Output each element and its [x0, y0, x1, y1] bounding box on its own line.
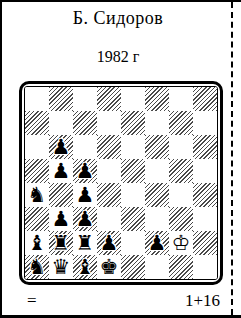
square-b1[interactable]: ♛	[49, 255, 73, 279]
square-b2[interactable]: ♜	[49, 231, 73, 255]
square-h7[interactable]	[193, 111, 217, 135]
square-f1[interactable]	[145, 255, 169, 279]
square-h2[interactable]	[193, 231, 217, 255]
square-h4[interactable]	[193, 183, 217, 207]
square-b7[interactable]	[49, 111, 73, 135]
white-king: ♔	[172, 231, 191, 255]
square-e1[interactable]	[121, 255, 145, 279]
square-f8[interactable]	[145, 87, 169, 111]
square-b8[interactable]	[49, 87, 73, 111]
square-b3[interactable]: ♟	[49, 207, 73, 231]
black-bishop: ♝	[28, 231, 47, 255]
square-c7[interactable]	[73, 111, 97, 135]
square-a7[interactable]	[25, 111, 49, 135]
black-pawn: ♟	[76, 159, 95, 183]
square-d8[interactable]	[97, 87, 121, 111]
square-d3[interactable]	[97, 207, 121, 231]
square-a8[interactable]	[25, 87, 49, 111]
square-d1[interactable]: ♚	[97, 255, 121, 279]
square-a6[interactable]	[25, 135, 49, 159]
board-frame: ♟♟♟♞♟♟♟♝♜♜♟♟♔♞♛♝♚	[19, 81, 223, 285]
black-pawn: ♟	[100, 231, 119, 255]
square-a4[interactable]: ♞	[25, 183, 49, 207]
square-h5[interactable]	[193, 159, 217, 183]
square-c2[interactable]: ♜	[73, 231, 97, 255]
black-knight: ♞	[28, 183, 47, 207]
square-g5[interactable]	[169, 159, 193, 183]
square-d5[interactable]	[97, 159, 121, 183]
square-g8[interactable]	[169, 87, 193, 111]
square-g1[interactable]	[169, 255, 193, 279]
square-c4[interactable]: ♟	[73, 183, 97, 207]
square-h1[interactable]	[193, 255, 217, 279]
square-e3[interactable]	[121, 207, 145, 231]
black-king: ♚	[100, 255, 119, 279]
black-rook: ♜	[76, 231, 95, 255]
stipulation-draw: =	[27, 291, 37, 311]
square-c1[interactable]: ♝	[73, 255, 97, 279]
square-g7[interactable]	[169, 111, 193, 135]
black-queen: ♛	[52, 255, 71, 279]
square-e2[interactable]	[121, 231, 145, 255]
square-h8[interactable]	[193, 87, 217, 111]
year-subtitle: 1982 г	[2, 48, 234, 66]
square-c8[interactable]	[73, 87, 97, 111]
black-pawn: ♟	[52, 207, 71, 231]
square-f6[interactable]	[145, 135, 169, 159]
square-e5[interactable]	[121, 159, 145, 183]
square-h3[interactable]	[193, 207, 217, 231]
square-h6[interactable]	[193, 135, 217, 159]
material-count: 1+16	[185, 291, 220, 311]
author-title: Б. Сидоров	[2, 8, 234, 29]
black-knight: ♞	[28, 255, 47, 279]
square-b4[interactable]	[49, 183, 73, 207]
square-d4[interactable]	[97, 183, 121, 207]
square-f2[interactable]: ♟	[145, 231, 169, 255]
square-d6[interactable]	[97, 135, 121, 159]
square-b5[interactable]: ♟	[49, 159, 73, 183]
board-inner-frame: ♟♟♟♞♟♟♟♝♜♜♟♟♔♞♛♝♚	[24, 86, 218, 280]
black-pawn: ♟	[76, 183, 95, 207]
black-pawn: ♟	[76, 207, 95, 231]
black-pawn: ♟	[52, 159, 71, 183]
square-a5[interactable]	[25, 159, 49, 183]
square-b6[interactable]: ♟	[49, 135, 73, 159]
square-f5[interactable]	[145, 159, 169, 183]
black-pawn: ♟	[52, 135, 71, 159]
square-e7[interactable]	[121, 111, 145, 135]
square-g3[interactable]	[169, 207, 193, 231]
square-a2[interactable]: ♝	[25, 231, 49, 255]
black-bishop: ♝	[76, 255, 95, 279]
square-c5[interactable]: ♟	[73, 159, 97, 183]
square-e6[interactable]	[121, 135, 145, 159]
square-e4[interactable]	[121, 183, 145, 207]
black-rook: ♜	[52, 231, 71, 255]
square-f3[interactable]	[145, 207, 169, 231]
square-g2[interactable]: ♔	[169, 231, 193, 255]
chess-board: ♟♟♟♞♟♟♟♝♜♜♟♟♔♞♛♝♚	[25, 87, 217, 279]
square-d2[interactable]: ♟	[97, 231, 121, 255]
square-d7[interactable]	[97, 111, 121, 135]
square-c3[interactable]: ♟	[73, 207, 97, 231]
black-pawn: ♟	[148, 231, 167, 255]
square-g4[interactable]	[169, 183, 193, 207]
square-c6[interactable]	[73, 135, 97, 159]
square-g6[interactable]	[169, 135, 193, 159]
square-a3[interactable]	[25, 207, 49, 231]
square-a1[interactable]: ♞	[25, 255, 49, 279]
square-e8[interactable]	[121, 87, 145, 111]
square-f4[interactable]	[145, 183, 169, 207]
diagram-card: Б. Сидоров 1982 г ♟♟♟♞♟♟♟♝♜♜♟♟♔♞♛♝♚ = 1+…	[0, 0, 241, 318]
square-f7[interactable]	[145, 111, 169, 135]
